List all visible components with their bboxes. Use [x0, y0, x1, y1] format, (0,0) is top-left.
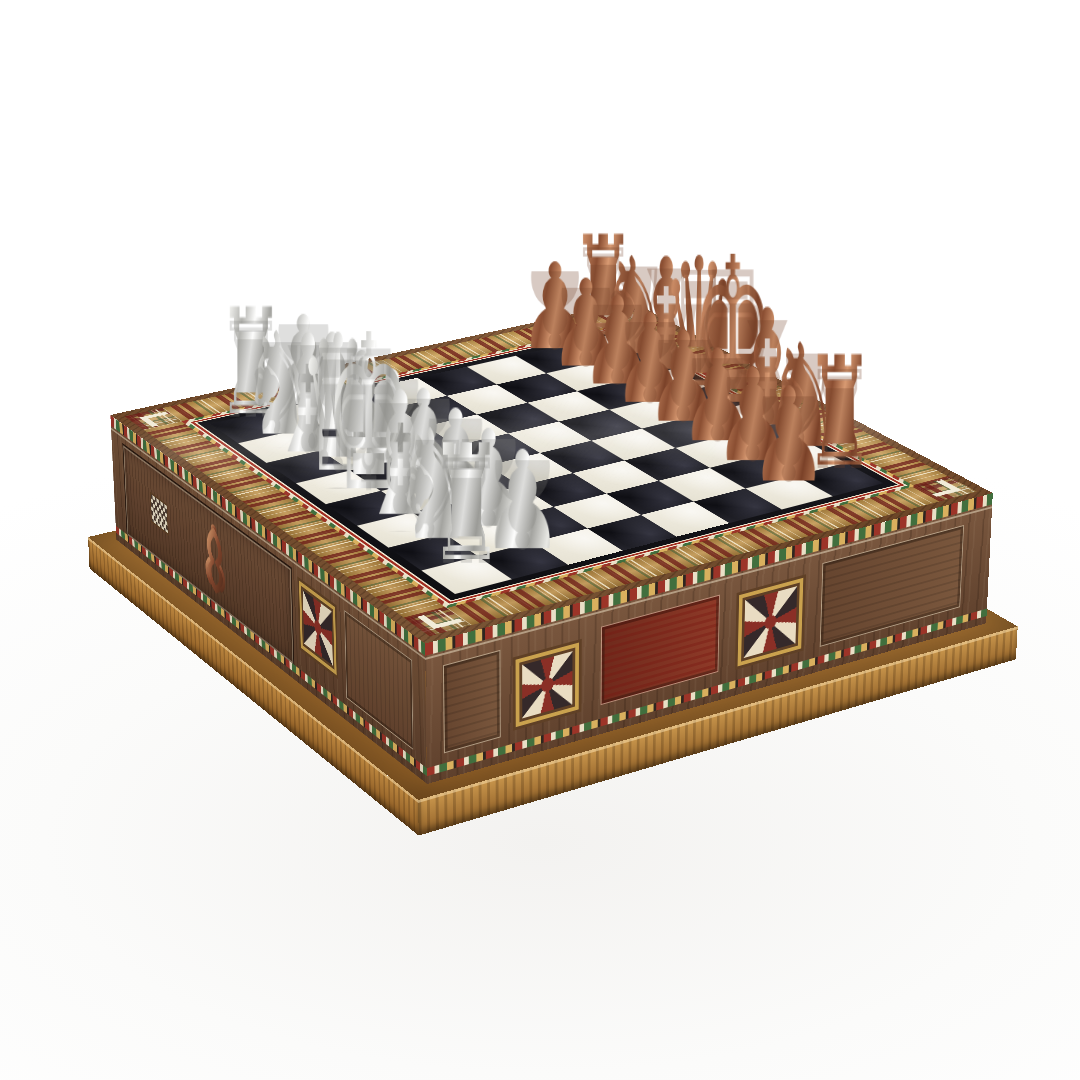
piece-white-rook[interactable]: ♜	[429, 424, 503, 585]
side-star-mosaic	[516, 643, 579, 728]
side-wood-panel	[443, 650, 501, 754]
product-photo-scene: Angled photo of a handcrafted walnut mos…	[0, 0, 1080, 1080]
chess-box: ♜♞♝♛♚♝♞♜♟♟♟♟♟♟♟♟♟♟♟♟♟♟♟♟♜♞♝♛♚♝♞♜	[110, 301, 993, 643]
side-star-mosaic	[738, 578, 804, 667]
handle-icon	[199, 512, 231, 605]
side-star-mosaic	[299, 580, 337, 675]
piece-black-pawn[interactable]: ♟	[750, 370, 828, 500]
drawer-checker-inlay	[150, 491, 169, 535]
